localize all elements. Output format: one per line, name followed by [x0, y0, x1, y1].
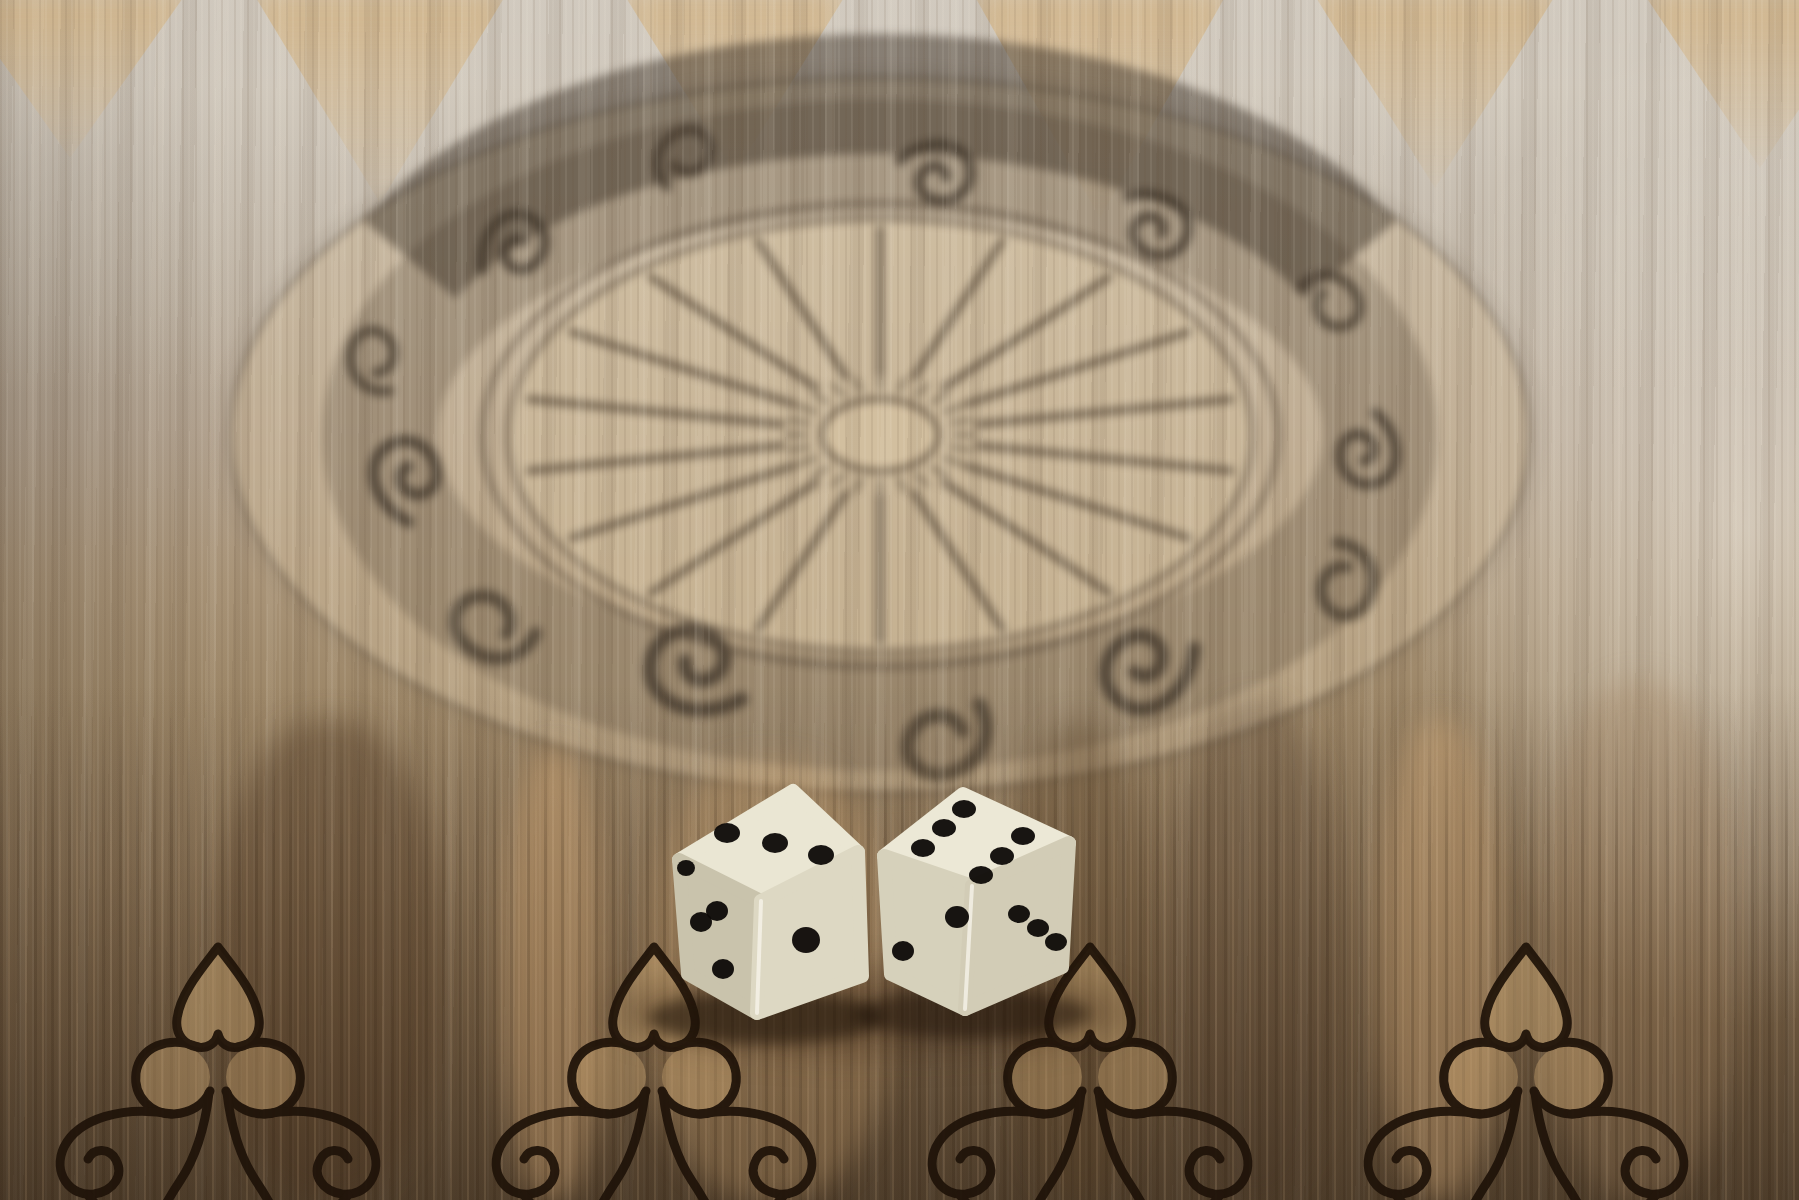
- die-pip: [712, 959, 734, 979]
- band-scroll: [1299, 263, 1368, 336]
- foreground-grain: [0, 700, 1799, 1200]
- rosette-wheel: [508, 219, 1252, 651]
- dice-shadow: [610, 970, 1130, 1054]
- wood-grain-texture: [0, 0, 1799, 1200]
- wheel-spoke: [529, 399, 781, 424]
- die-pip: [690, 912, 712, 932]
- die-pip: [911, 839, 935, 857]
- wheel-spoke: [572, 466, 794, 538]
- band-scroll: [346, 328, 399, 393]
- point-ornament: [1368, 947, 1684, 1200]
- die-pip: [932, 819, 956, 837]
- wheel-spoke: [651, 482, 816, 592]
- wheel-spoke: [651, 277, 816, 387]
- band-scroll: [902, 704, 995, 781]
- die-left-face-top: [679, 791, 858, 901]
- wood-grain-band: [645, 760, 895, 1200]
- wood-grain-bands: [0, 0, 1799, 1200]
- vignette: [0, 0, 1799, 1200]
- far-point-blurred: [250, 0, 510, 203]
- band-scroll: [641, 621, 757, 723]
- band-scroll: [1090, 609, 1208, 725]
- wheel-spoke: [758, 241, 846, 376]
- wood-grain-band: [1545, 680, 1735, 1200]
- die-left-face-left: [679, 860, 761, 1013]
- far-point-blurred: [970, 0, 1230, 218]
- far-points-blurred-row: [0, 0, 1799, 1200]
- wheel-spoke: [978, 399, 1230, 424]
- point-ornament: [496, 947, 812, 1200]
- wheel-spoke: [758, 493, 846, 628]
- band-scroll: [443, 582, 537, 676]
- die-pip: [762, 833, 788, 853]
- die-pip: [706, 901, 728, 921]
- board-photo: [0, 0, 1799, 1200]
- die-pip: [990, 847, 1014, 865]
- die-left[interactable]: [677, 791, 862, 1013]
- die-pip: [677, 860, 695, 876]
- die-edge-highlight: [757, 901, 761, 1013]
- ornament-band: [380, 157, 1380, 713]
- die-pip: [945, 906, 969, 928]
- die-right[interactable]: [884, 794, 1069, 1009]
- top-haze: [0, 0, 1799, 1200]
- band-scroll: [1337, 411, 1399, 486]
- die-pip: [714, 823, 740, 843]
- wood-grain-band: [1010, 720, 1150, 1200]
- die-pip: [808, 845, 834, 865]
- foreground-shading: [0, 0, 1799, 1200]
- die-pip: [1011, 827, 1035, 845]
- dice-shadow: [854, 990, 1090, 1038]
- point-ornament: [932, 947, 1248, 1200]
- die-pip: [1008, 905, 1030, 923]
- die-edge-highlight: [965, 886, 972, 1009]
- wheel-spoke: [944, 482, 1109, 592]
- medallion-outer-ring: [218, 67, 1542, 803]
- point-ornament: [60, 947, 376, 1200]
- far-point-blurred: [1640, 0, 1799, 168]
- far-point-blurred: [0, 0, 190, 158]
- die-right-face-top: [884, 794, 1069, 886]
- wheel-spoke: [978, 446, 1230, 471]
- wood-grain-band: [1170, 700, 1340, 1200]
- wood-grain-band: [503, 750, 603, 1200]
- wheel-spoke: [572, 332, 794, 404]
- band-scroll: [1109, 182, 1198, 266]
- dice-shadow: [648, 992, 884, 1044]
- die-pip: [969, 866, 993, 884]
- wheel-hub: [822, 399, 938, 471]
- far-point-blurred: [1310, 0, 1560, 188]
- light-sheen: [0, 0, 1799, 1200]
- die-right-face-right: [965, 843, 1069, 1009]
- die-pip: [1045, 933, 1067, 951]
- band-scroll: [646, 122, 718, 187]
- wheel-spoke: [967, 466, 1189, 538]
- band-scroll: [898, 143, 971, 202]
- point-ornaments-row: [0, 0, 1799, 1200]
- centre-rosette: [0, 0, 1799, 1200]
- band-scroll: [364, 433, 449, 529]
- left-shade: [0, 0, 1799, 1200]
- wood-grain-band: [1380, 720, 1500, 1200]
- wheel-spoke: [529, 446, 781, 471]
- band-scroll: [469, 203, 556, 293]
- wheel-spoke: [944, 277, 1109, 387]
- wheel-spoke: [914, 241, 1002, 376]
- die-pip: [1027, 919, 1049, 937]
- band-scroll: [1311, 541, 1385, 624]
- wood-grain-band: [220, 720, 440, 1200]
- far-point-blurred: [620, 0, 850, 173]
- die-pip: [892, 941, 914, 961]
- die-pip: [792, 927, 820, 953]
- wheel-spoke: [967, 332, 1189, 404]
- die-left-face-right: [757, 852, 862, 1013]
- die-right-face-left: [884, 856, 972, 1009]
- die-pip: [952, 800, 976, 818]
- dice-pair[interactable]: [0, 0, 1799, 1200]
- wheel-spoke: [914, 493, 1002, 628]
